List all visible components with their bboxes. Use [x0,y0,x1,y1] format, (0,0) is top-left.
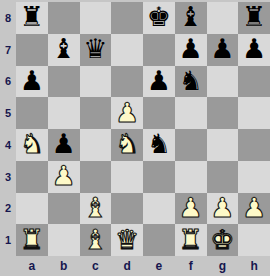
square-a8[interactable]: ♜ [16,2,48,34]
square-b7[interactable]: ♝ [48,34,80,66]
square-b5[interactable] [48,97,80,129]
black-pawn: ♟ [179,35,203,62]
file-labels: abcdefgh [16,256,270,276]
square-d7[interactable] [111,34,143,66]
square-e7[interactable] [143,34,175,66]
file-label-a: a [16,256,48,276]
rank-label-8: 8 [0,2,16,34]
square-a7[interactable] [16,34,48,66]
white-bishop: ♝ [83,194,107,221]
square-a3[interactable] [16,161,48,193]
square-f7[interactable]: ♟ [175,34,207,66]
rank-label-3: 3 [0,161,16,193]
square-a6[interactable]: ♟ [16,66,48,98]
square-c8[interactable] [80,2,112,34]
square-h8[interactable]: ♜ [238,2,270,34]
square-e2[interactable] [143,193,175,225]
white-pawn: ♟ [179,194,203,221]
square-f2[interactable]: ♟ [175,193,207,225]
black-bishop: ♝ [179,3,203,30]
square-g3[interactable] [207,161,239,193]
square-a4[interactable]: ♞ [16,129,48,161]
square-d8[interactable] [111,2,143,34]
black-pawn: ♟ [147,67,171,94]
white-pawn: ♟ [242,194,266,221]
black-queen: ♛ [83,35,107,62]
square-b8[interactable] [48,2,80,34]
square-h1[interactable] [238,224,270,256]
rank-label-5: 5 [0,97,16,129]
square-g5[interactable] [207,97,239,129]
square-e3[interactable] [143,161,175,193]
white-queen: ♛ [115,226,139,253]
square-c5[interactable] [80,97,112,129]
rank-label-7: 7 [0,34,16,66]
square-h3[interactable] [238,161,270,193]
square-e4[interactable]: ♞ [143,129,175,161]
white-pawn: ♟ [52,162,76,189]
black-bishop: ♝ [52,35,76,62]
square-f5[interactable] [175,97,207,129]
white-pawn: ♟ [115,99,139,126]
square-g4[interactable] [207,129,239,161]
square-c2[interactable]: ♝ [80,193,112,225]
square-b2[interactable] [48,193,80,225]
square-e6[interactable]: ♟ [143,66,175,98]
white-king: ♚ [210,226,234,253]
square-a2[interactable] [16,193,48,225]
file-label-h: h [238,256,270,276]
rank-label-2: 2 [0,193,16,225]
white-knight: ♞ [115,130,139,157]
file-label-e: e [143,256,175,276]
square-f4[interactable] [175,129,207,161]
file-label-c: c [80,256,112,276]
square-f6[interactable]: ♞ [175,66,207,98]
square-g1[interactable]: ♚ [207,224,239,256]
rank-label-1: 1 [0,224,16,256]
black-pawn: ♟ [210,35,234,62]
square-d5[interactable]: ♟ [111,97,143,129]
square-h4[interactable] [238,129,270,161]
square-d3[interactable] [111,161,143,193]
file-label-d: d [111,256,143,276]
square-b3[interactable]: ♟ [48,161,80,193]
white-rook: ♜ [179,226,203,253]
board: ♜♚♝♜♝♛♟♟♟♟♟♞♟♞♟♞♞♟♝♟♟♟♜♝♛♜♚ [16,2,270,256]
square-b1[interactable] [48,224,80,256]
white-rook: ♜ [20,226,44,253]
black-rook: ♜ [242,3,266,30]
black-knight: ♞ [179,67,203,94]
white-knight: ♞ [20,130,44,157]
chess-diagram: 87654321 ♜♚♝♜♝♛♟♟♟♟♟♞♟♞♟♞♞♟♝♟♟♟♜♝♛♜♚ abc… [0,0,270,276]
square-c6[interactable] [80,66,112,98]
white-pawn: ♟ [210,194,234,221]
square-h5[interactable] [238,97,270,129]
square-f3[interactable] [175,161,207,193]
square-b6[interactable] [48,66,80,98]
square-b4[interactable]: ♟ [48,129,80,161]
square-d4[interactable]: ♞ [111,129,143,161]
black-king: ♚ [147,3,171,30]
square-d1[interactable]: ♛ [111,224,143,256]
square-e8[interactable]: ♚ [143,2,175,34]
square-g6[interactable] [207,66,239,98]
square-h2[interactable]: ♟ [238,193,270,225]
black-rook: ♜ [20,3,44,30]
square-h6[interactable] [238,66,270,98]
square-c3[interactable] [80,161,112,193]
file-label-f: f [175,256,207,276]
square-d6[interactable] [111,66,143,98]
square-e1[interactable] [143,224,175,256]
square-d2[interactable] [111,193,143,225]
file-label-b: b [48,256,80,276]
black-knight: ♞ [147,130,171,157]
file-label-g: g [207,256,239,276]
rank-label-6: 6 [0,66,16,98]
square-h7[interactable]: ♟ [238,34,270,66]
black-pawn: ♟ [20,67,44,94]
square-g2[interactable]: ♟ [207,193,239,225]
square-f8[interactable]: ♝ [175,2,207,34]
square-f1[interactable]: ♜ [175,224,207,256]
square-c4[interactable] [80,129,112,161]
square-c1[interactable]: ♝ [80,224,112,256]
rank-labels: 87654321 [0,2,16,256]
square-e5[interactable] [143,97,175,129]
black-pawn: ♟ [242,35,266,62]
square-g7[interactable]: ♟ [207,34,239,66]
square-c7[interactable]: ♛ [80,34,112,66]
square-a5[interactable] [16,97,48,129]
square-g8[interactable] [207,2,239,34]
white-bishop: ♝ [83,226,107,253]
square-a1[interactable]: ♜ [16,224,48,256]
rank-label-4: 4 [0,129,16,161]
black-pawn: ♟ [52,130,76,157]
